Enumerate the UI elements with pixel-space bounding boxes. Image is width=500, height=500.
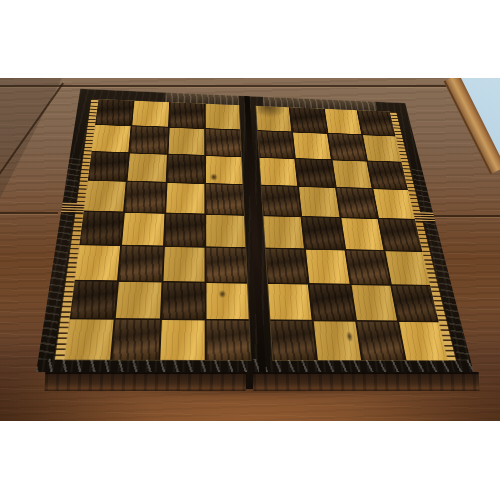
square bbox=[130, 126, 167, 153]
table-seam bbox=[428, 215, 500, 217]
square bbox=[206, 104, 240, 129]
square bbox=[166, 183, 204, 213]
square bbox=[373, 189, 414, 219]
square bbox=[260, 158, 298, 186]
square bbox=[293, 132, 330, 159]
box-front-left bbox=[45, 372, 247, 391]
square bbox=[266, 249, 308, 283]
square bbox=[160, 320, 205, 360]
game-board bbox=[36, 89, 473, 372]
square bbox=[271, 321, 317, 360]
square bbox=[258, 131, 295, 158]
square bbox=[351, 285, 397, 321]
square bbox=[206, 156, 243, 184]
photo-of-chessboard bbox=[0, 78, 500, 421]
hinge-gap bbox=[246, 371, 253, 389]
square bbox=[206, 184, 244, 214]
square bbox=[133, 101, 169, 127]
square bbox=[125, 182, 165, 213]
square bbox=[346, 250, 390, 284]
square bbox=[169, 102, 204, 128]
square bbox=[206, 321, 250, 360]
square bbox=[70, 281, 117, 318]
square bbox=[290, 108, 326, 133]
square bbox=[324, 109, 361, 134]
square bbox=[167, 154, 204, 183]
square bbox=[206, 215, 245, 247]
square bbox=[80, 212, 124, 245]
square bbox=[256, 106, 291, 131]
square bbox=[379, 219, 422, 250]
table-seam bbox=[0, 85, 448, 87]
square bbox=[302, 217, 343, 249]
square bbox=[357, 322, 405, 360]
square bbox=[341, 218, 383, 250]
square bbox=[206, 129, 242, 156]
square bbox=[88, 152, 128, 181]
screenshot bbox=[0, 0, 500, 500]
square bbox=[84, 181, 126, 212]
square bbox=[116, 282, 161, 319]
square bbox=[263, 216, 304, 248]
square bbox=[119, 246, 162, 281]
square bbox=[299, 187, 339, 217]
square bbox=[268, 284, 312, 320]
frame-scuffs bbox=[265, 359, 473, 372]
square bbox=[95, 99, 133, 125]
square bbox=[206, 283, 248, 320]
square bbox=[328, 134, 366, 160]
table-seam bbox=[0, 212, 58, 214]
square bbox=[161, 282, 204, 319]
box-front-right bbox=[253, 372, 480, 391]
square bbox=[92, 125, 131, 152]
square bbox=[310, 284, 355, 320]
square bbox=[336, 188, 377, 218]
square bbox=[332, 160, 371, 188]
square bbox=[296, 159, 335, 187]
frame-scuffs bbox=[36, 359, 259, 372]
square bbox=[128, 153, 167, 182]
checkerboard-left bbox=[64, 99, 250, 360]
square bbox=[164, 214, 204, 246]
square bbox=[112, 320, 159, 360]
square bbox=[314, 322, 361, 361]
square bbox=[392, 285, 439, 321]
square bbox=[122, 213, 164, 246]
square bbox=[64, 320, 114, 360]
square bbox=[368, 161, 408, 189]
square bbox=[163, 247, 204, 282]
square bbox=[363, 135, 402, 161]
square bbox=[358, 110, 395, 135]
square bbox=[385, 251, 430, 284]
square bbox=[261, 186, 300, 216]
square bbox=[206, 248, 247, 282]
square bbox=[75, 245, 120, 280]
square bbox=[168, 128, 204, 155]
square bbox=[306, 250, 349, 284]
